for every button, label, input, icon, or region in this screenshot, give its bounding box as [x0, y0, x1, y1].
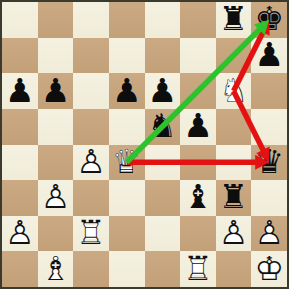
- square-e7[interactable]: [145, 38, 181, 74]
- square-h4[interactable]: ♛: [251, 145, 287, 181]
- black-pawn-glyph: ♟: [2, 72, 38, 108]
- square-d7[interactable]: [109, 38, 145, 74]
- square-b4[interactable]: [38, 145, 74, 181]
- square-c2[interactable]: ♜♖: [73, 216, 109, 252]
- piece-white-queen[interactable]: ♛♕: [109, 145, 145, 181]
- square-a3[interactable]: [2, 180, 38, 216]
- black-pawn-glyph: ♟: [109, 72, 145, 108]
- square-h3[interactable]: [251, 180, 287, 216]
- square-c1[interactable]: [73, 251, 109, 287]
- square-a7[interactable]: [2, 38, 38, 74]
- square-e2[interactable]: [145, 216, 181, 252]
- square-d4[interactable]: ♛♕: [109, 145, 145, 181]
- square-h6[interactable]: [251, 73, 287, 109]
- square-f6[interactable]: [180, 73, 216, 109]
- square-c6[interactable]: [73, 73, 109, 109]
- square-f2[interactable]: [180, 216, 216, 252]
- piece-black-pawn[interactable]: ♟: [180, 109, 216, 145]
- square-g7[interactable]: [216, 38, 252, 74]
- square-h2[interactable]: ♟♙: [251, 216, 287, 252]
- white-rook-outline: ♖: [73, 215, 109, 251]
- piece-white-pawn[interactable]: ♟♙: [73, 145, 109, 181]
- black-pawn-glyph: ♟: [180, 108, 216, 144]
- piece-black-knight[interactable]: ♞: [145, 109, 181, 145]
- square-a4[interactable]: [2, 145, 38, 181]
- square-b6[interactable]: ♟: [38, 73, 74, 109]
- square-g5[interactable]: [216, 109, 252, 145]
- piece-black-pawn[interactable]: ♟: [251, 38, 287, 74]
- square-d2[interactable]: [109, 216, 145, 252]
- white-pawn-outline: ♙: [251, 215, 287, 251]
- white-queen-outline: ♕: [109, 144, 145, 180]
- square-h7[interactable]: ♟: [251, 38, 287, 74]
- piece-white-pawn[interactable]: ♟♙: [251, 216, 287, 252]
- square-e3[interactable]: [145, 180, 181, 216]
- black-pawn-glyph: ♟: [38, 72, 74, 108]
- square-a6[interactable]: ♟: [2, 73, 38, 109]
- square-c5[interactable]: [73, 109, 109, 145]
- square-d1[interactable]: [109, 251, 145, 287]
- piece-white-rook[interactable]: ♜♖: [180, 251, 216, 287]
- square-f4[interactable]: [180, 145, 216, 181]
- square-a2[interactable]: ♟♙: [2, 216, 38, 252]
- square-c4[interactable]: ♟♙: [73, 145, 109, 181]
- square-f1[interactable]: ♜♖: [180, 251, 216, 287]
- piece-black-pawn[interactable]: ♟: [109, 73, 145, 109]
- square-e5[interactable]: ♞: [145, 109, 181, 145]
- square-g6[interactable]: ♞♘: [216, 73, 252, 109]
- square-d5[interactable]: [109, 109, 145, 145]
- square-h5[interactable]: [251, 109, 287, 145]
- square-e4[interactable]: [145, 145, 181, 181]
- square-c8[interactable]: [73, 2, 109, 38]
- board-grid: ♜♚♟♟♟♟♟♞♘♞♟♟♙♛♕♛♟♙♝♜♟♙♜♖♟♙♟♙♝♗♜♖♚♔: [2, 2, 287, 287]
- piece-white-pawn[interactable]: ♟♙: [2, 216, 38, 252]
- black-rook-glyph: ♜: [216, 179, 252, 215]
- square-e1[interactable]: [145, 251, 181, 287]
- black-queen-glyph: ♛: [251, 144, 287, 180]
- square-g2[interactable]: ♟♙: [216, 216, 252, 252]
- black-pawn-glyph: ♟: [251, 37, 287, 73]
- square-f3[interactable]: ♝: [180, 180, 216, 216]
- piece-black-pawn[interactable]: ♟: [2, 73, 38, 109]
- square-g4[interactable]: [216, 145, 252, 181]
- square-f5[interactable]: ♟: [180, 109, 216, 145]
- black-bishop-glyph: ♝: [180, 179, 216, 215]
- piece-white-knight[interactable]: ♞♘: [216, 73, 252, 109]
- piece-black-pawn[interactable]: ♟: [145, 73, 181, 109]
- square-h8[interactable]: ♚: [251, 2, 287, 38]
- square-b8[interactable]: [38, 2, 74, 38]
- piece-black-bishop[interactable]: ♝: [180, 180, 216, 216]
- square-f7[interactable]: [180, 38, 216, 74]
- piece-black-king[interactable]: ♚: [251, 2, 287, 38]
- square-c7[interactable]: [73, 38, 109, 74]
- piece-black-rook[interactable]: ♜: [216, 180, 252, 216]
- square-b3[interactable]: ♟♙: [38, 180, 74, 216]
- square-d8[interactable]: [109, 2, 145, 38]
- black-pawn-glyph: ♟: [145, 72, 181, 108]
- square-b7[interactable]: [38, 38, 74, 74]
- square-c3[interactable]: [73, 180, 109, 216]
- black-king-glyph: ♚: [251, 1, 287, 37]
- square-f8[interactable]: [180, 2, 216, 38]
- white-pawn-outline: ♙: [73, 144, 109, 180]
- white-pawn-outline: ♙: [216, 215, 252, 251]
- piece-white-king[interactable]: ♚♔: [251, 251, 287, 287]
- piece-black-queen[interactable]: ♛: [251, 145, 287, 181]
- square-g3[interactable]: ♜: [216, 180, 252, 216]
- piece-white-pawn[interactable]: ♟♙: [216, 216, 252, 252]
- piece-white-rook[interactable]: ♜♖: [73, 216, 109, 252]
- square-b5[interactable]: [38, 109, 74, 145]
- square-d3[interactable]: [109, 180, 145, 216]
- square-d6[interactable]: ♟: [109, 73, 145, 109]
- square-a5[interactable]: [2, 109, 38, 145]
- white-pawn-outline: ♙: [38, 179, 74, 215]
- white-rook-outline: ♖: [180, 250, 216, 286]
- square-g1[interactable]: [216, 251, 252, 287]
- square-h1[interactable]: ♚♔: [251, 251, 287, 287]
- white-bishop-outline: ♗: [38, 250, 74, 286]
- square-b2[interactable]: [38, 216, 74, 252]
- black-knight-glyph: ♞: [145, 108, 181, 144]
- square-e8[interactable]: [145, 2, 181, 38]
- square-e6[interactable]: ♟: [145, 73, 181, 109]
- square-b1[interactable]: ♝♗: [38, 251, 74, 287]
- white-king-outline: ♔: [251, 250, 287, 286]
- square-g8[interactable]: ♜: [216, 2, 252, 38]
- square-a1[interactable]: [2, 251, 38, 287]
- white-pawn-outline: ♙: [2, 215, 38, 251]
- black-rook-glyph: ♜: [216, 1, 252, 37]
- piece-black-pawn[interactable]: ♟: [38, 73, 74, 109]
- square-a8[interactable]: [2, 2, 38, 38]
- piece-white-bishop[interactable]: ♝♗: [38, 251, 74, 287]
- piece-black-rook[interactable]: ♜: [216, 2, 252, 38]
- piece-white-pawn[interactable]: ♟♙: [38, 180, 74, 216]
- chess-board: ♜♚♟♟♟♟♟♞♘♞♟♟♙♛♕♛♟♙♝♜♟♙♜♖♟♙♟♙♝♗♜♖♚♔: [0, 0, 289, 289]
- white-knight-outline: ♘: [216, 72, 252, 108]
